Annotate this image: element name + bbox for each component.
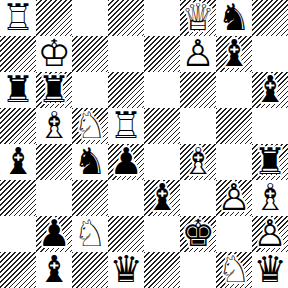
square-c3[interactable] (72, 180, 108, 216)
piece-halo: ♝ (144, 180, 180, 216)
square-b7[interactable]: ♚♔ (36, 36, 72, 72)
square-f8[interactable]: ♛♕ (180, 0, 216, 36)
piece-black-queen[interactable]: ♛♛ (252, 252, 288, 288)
white-bishop-icon: ♗ (252, 180, 288, 216)
black-rook-icon: ♜ (0, 72, 36, 108)
square-d5[interactable]: ♜♖ (108, 108, 144, 144)
square-g8[interactable]: ♞♞ (216, 0, 252, 36)
piece-halo: ♝ (216, 36, 252, 72)
white-bishop-icon: ♗ (180, 144, 216, 180)
black-king-icon: ♚ (180, 216, 216, 252)
square-a8[interactable]: ♜♖ (0, 0, 36, 36)
piece-halo: ♞ (72, 108, 108, 144)
piece-halo: ♛ (252, 252, 288, 288)
square-b4[interactable] (36, 144, 72, 180)
black-pawn-icon: ♟ (36, 216, 72, 252)
square-e2[interactable] (144, 216, 180, 252)
piece-halo: ♝ (0, 144, 36, 180)
square-d6[interactable] (108, 72, 144, 108)
square-g3[interactable]: ♟♙ (216, 180, 252, 216)
piece-halo: ♚ (36, 36, 72, 72)
piece-white-pawn[interactable]: ♟♙ (216, 180, 252, 216)
white-knight-icon: ♘ (72, 108, 108, 144)
piece-white-knight[interactable]: ♞♘ (72, 216, 108, 252)
square-g5[interactable] (216, 108, 252, 144)
square-h8[interactable] (252, 0, 288, 36)
square-g2[interactable] (216, 216, 252, 252)
square-h6[interactable]: ♝♝ (252, 72, 288, 108)
square-g1[interactable]: ♞♘ (216, 252, 252, 288)
piece-black-king[interactable]: ♚♚ (180, 216, 216, 252)
piece-halo: ♜ (36, 72, 72, 108)
piece-halo: ♞ (72, 144, 108, 180)
square-c8[interactable] (72, 0, 108, 36)
piece-black-knight[interactable]: ♞♞ (216, 0, 252, 36)
square-f7[interactable]: ♟♙ (180, 36, 216, 72)
white-pawn-icon: ♙ (252, 216, 288, 252)
square-a2[interactable] (0, 216, 36, 252)
square-d7[interactable] (108, 36, 144, 72)
square-e1[interactable] (144, 252, 180, 288)
piece-halo: ♝ (180, 144, 216, 180)
piece-halo: ♜ (0, 72, 36, 108)
piece-halo: ♟ (108, 144, 144, 180)
piece-white-pawn[interactable]: ♟♙ (252, 216, 288, 252)
square-e6[interactable] (144, 72, 180, 108)
square-a4[interactable]: ♝♝ (0, 144, 36, 180)
square-g7[interactable]: ♝♝ (216, 36, 252, 72)
white-knight-icon: ♘ (72, 216, 108, 252)
piece-halo: ♞ (216, 252, 252, 288)
black-rook-icon: ♜ (252, 144, 288, 180)
piece-black-rook[interactable]: ♜♜ (36, 72, 72, 108)
piece-white-rook[interactable]: ♜♖ (0, 0, 36, 36)
square-a6[interactable]: ♜♜ (0, 72, 36, 108)
square-h7[interactable] (252, 36, 288, 72)
square-b8[interactable] (36, 0, 72, 36)
white-knight-icon: ♘ (216, 252, 252, 288)
piece-halo: ♚ (180, 216, 216, 252)
piece-halo: ♝ (252, 180, 288, 216)
piece-white-bishop[interactable]: ♝♗ (252, 180, 288, 216)
square-f2[interactable]: ♚♚ (180, 216, 216, 252)
piece-halo: ♛ (108, 252, 144, 288)
white-rook-icon: ♖ (0, 0, 36, 36)
square-e8[interactable] (144, 0, 180, 36)
chess-board-window: ♜♖♛♕♞♞♚♔♟♙♝♝♜♜♜♜♝♝♝♗♞♘♜♖♝♝♞♞♟♟♝♗♜♜♝♝♟♙♝♗… (0, 0, 288, 288)
square-g4[interactable] (216, 144, 252, 180)
square-f1[interactable] (180, 252, 216, 288)
piece-halo: ♟ (180, 36, 216, 72)
white-rook-icon: ♖ (108, 108, 144, 144)
square-b5[interactable]: ♝♗ (36, 108, 72, 144)
black-bishop-icon: ♝ (36, 252, 72, 288)
piece-black-pawn[interactable]: ♟♟ (36, 216, 72, 252)
piece-white-knight[interactable]: ♞♘ (216, 252, 252, 288)
piece-black-rook[interactable]: ♜♜ (252, 144, 288, 180)
black-queen-icon: ♛ (252, 252, 288, 288)
piece-halo: ♜ (252, 144, 288, 180)
square-d3[interactable] (108, 180, 144, 216)
square-f6[interactable] (180, 72, 216, 108)
square-b1[interactable]: ♝♝ (36, 252, 72, 288)
piece-white-rook[interactable]: ♜♖ (108, 108, 144, 144)
square-a1[interactable] (0, 252, 36, 288)
square-a3[interactable] (0, 180, 36, 216)
piece-black-bishop[interactable]: ♝♝ (252, 72, 288, 108)
black-queen-icon: ♛ (108, 252, 144, 288)
square-d8[interactable] (108, 0, 144, 36)
square-h4[interactable]: ♜♜ (252, 144, 288, 180)
square-c6[interactable] (72, 72, 108, 108)
black-bishop-icon: ♝ (0, 144, 36, 180)
square-c7[interactable] (72, 36, 108, 72)
piece-white-king[interactable]: ♚♔ (36, 36, 72, 72)
piece-halo: ♜ (108, 108, 144, 144)
square-g6[interactable] (216, 72, 252, 108)
square-h2[interactable]: ♟♙ (252, 216, 288, 252)
white-king-icon: ♔ (36, 36, 72, 72)
piece-halo: ♝ (36, 252, 72, 288)
square-e5[interactable] (144, 108, 180, 144)
square-a7[interactable] (0, 36, 36, 72)
piece-black-bishop[interactable]: ♝♝ (144, 180, 180, 216)
piece-black-pawn[interactable]: ♟♟ (108, 144, 144, 180)
square-e4[interactable] (144, 144, 180, 180)
square-c4[interactable]: ♞♞ (72, 144, 108, 180)
piece-black-knight[interactable]: ♞♞ (72, 144, 108, 180)
square-b6[interactable]: ♜♜ (36, 72, 72, 108)
square-c5[interactable]: ♞♘ (72, 108, 108, 144)
black-bishop-icon: ♝ (216, 36, 252, 72)
piece-white-queen[interactable]: ♛♕ (180, 0, 216, 36)
piece-halo: ♝ (36, 108, 72, 144)
square-e3[interactable]: ♝♝ (144, 180, 180, 216)
piece-halo: ♝ (252, 72, 288, 108)
black-knight-icon: ♞ (72, 144, 108, 180)
piece-white-knight[interactable]: ♞♘ (72, 108, 108, 144)
piece-white-bishop[interactable]: ♝♗ (36, 108, 72, 144)
piece-halo: ♜ (0, 0, 36, 36)
square-h3[interactable]: ♝♗ (252, 180, 288, 216)
chess-board: ♜♖♛♕♞♞♚♔♟♙♝♝♜♜♜♜♝♝♝♗♞♘♜♖♝♝♞♞♟♟♝♗♜♜♝♝♟♙♝♗… (0, 0, 288, 288)
black-knight-icon: ♞ (216, 0, 252, 36)
square-e7[interactable] (144, 36, 180, 72)
piece-halo: ♟ (216, 180, 252, 216)
square-h5[interactable] (252, 108, 288, 144)
piece-black-bishop[interactable]: ♝♝ (36, 252, 72, 288)
piece-white-bishop[interactable]: ♝♗ (180, 144, 216, 180)
square-h1[interactable]: ♛♛ (252, 252, 288, 288)
square-c2[interactable]: ♞♘ (72, 216, 108, 252)
piece-halo: ♟ (252, 216, 288, 252)
piece-halo: ♟ (36, 216, 72, 252)
square-b3[interactable] (36, 180, 72, 216)
piece-white-pawn[interactable]: ♟♙ (180, 36, 216, 72)
piece-halo: ♞ (72, 216, 108, 252)
white-pawn-icon: ♙ (216, 180, 252, 216)
piece-black-bishop[interactable]: ♝♝ (216, 36, 252, 72)
white-queen-icon: ♕ (180, 0, 216, 36)
square-d1[interactable]: ♛♛ (108, 252, 144, 288)
piece-black-bishop[interactable]: ♝♝ (0, 144, 36, 180)
black-rook-icon: ♜ (36, 72, 72, 108)
white-pawn-icon: ♙ (180, 36, 216, 72)
square-c1[interactable] (72, 252, 108, 288)
square-d2[interactable] (108, 216, 144, 252)
black-pawn-icon: ♟ (108, 144, 144, 180)
square-a5[interactable] (0, 108, 36, 144)
white-bishop-icon: ♗ (36, 108, 72, 144)
square-d4[interactable]: ♟♟ (108, 144, 144, 180)
square-f3[interactable] (180, 180, 216, 216)
square-b2[interactable]: ♟♟ (36, 216, 72, 252)
piece-black-queen[interactable]: ♛♛ (108, 252, 144, 288)
piece-black-rook[interactable]: ♜♜ (0, 72, 36, 108)
black-bishop-icon: ♝ (252, 72, 288, 108)
square-f5[interactable] (180, 108, 216, 144)
piece-halo: ♞ (216, 0, 252, 36)
square-f4[interactable]: ♝♗ (180, 144, 216, 180)
black-bishop-icon: ♝ (144, 180, 180, 216)
piece-halo: ♛ (180, 0, 216, 36)
